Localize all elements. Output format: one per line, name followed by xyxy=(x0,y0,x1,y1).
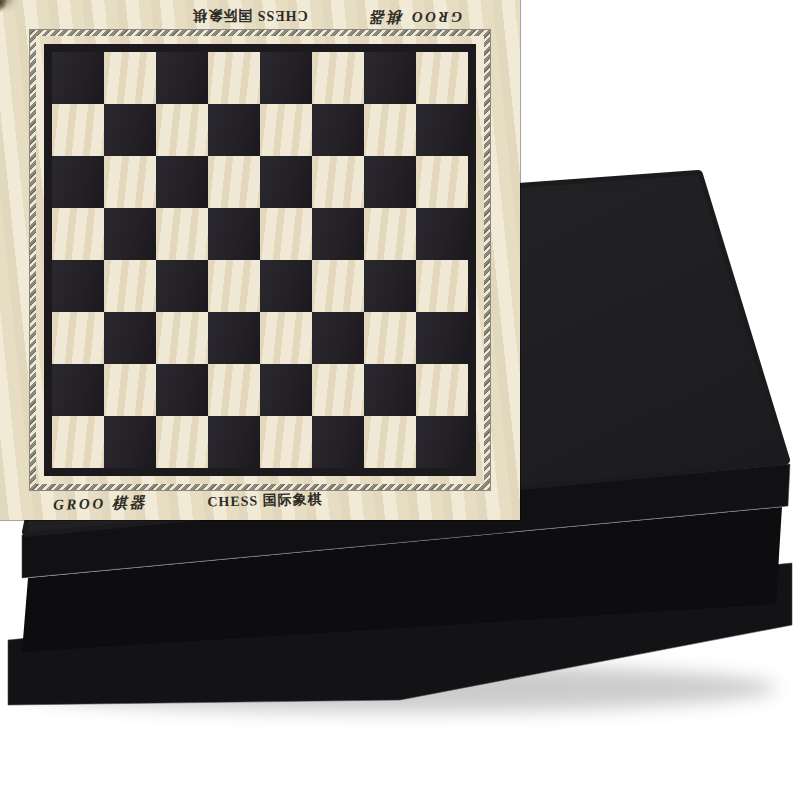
square-g5 xyxy=(208,104,260,156)
square-b3 xyxy=(312,364,364,416)
square-d6 xyxy=(156,260,208,312)
square-c5 xyxy=(208,312,260,364)
square-e1 xyxy=(416,208,468,260)
square-h4 xyxy=(260,52,312,104)
square-c8 xyxy=(52,312,104,364)
square-a1 xyxy=(416,416,468,468)
square-d5 xyxy=(208,260,260,312)
square-g3 xyxy=(312,104,364,156)
square-a2 xyxy=(364,416,416,468)
square-e2 xyxy=(364,208,416,260)
square-a6 xyxy=(156,416,208,468)
square-c1 xyxy=(416,312,468,364)
board-title-far: CHESS 国际象棋 xyxy=(192,6,307,24)
brand-logo-far: GROO 棋器 xyxy=(368,7,462,26)
square-b8 xyxy=(52,364,104,416)
square-h7 xyxy=(104,52,156,104)
brand-logo-near: GROO 棋器 xyxy=(53,493,147,514)
square-g4 xyxy=(260,104,312,156)
square-g6 xyxy=(156,104,208,156)
square-a3 xyxy=(312,416,364,468)
square-g2 xyxy=(364,104,416,156)
square-b6 xyxy=(156,364,208,416)
chess-board xyxy=(52,52,468,468)
square-d1 xyxy=(416,260,468,312)
square-c6 xyxy=(156,312,208,364)
square-b5 xyxy=(208,364,260,416)
square-a8 xyxy=(52,416,104,468)
square-f7 xyxy=(104,156,156,208)
square-h2 xyxy=(364,52,416,104)
square-d8 xyxy=(52,260,104,312)
square-e5 xyxy=(208,208,260,260)
square-e6 xyxy=(156,208,208,260)
square-h6 xyxy=(156,52,208,104)
square-f4 xyxy=(260,156,312,208)
board-plane: CHESS 国际象棋 GROO 棋器 GROO 棋器 CHESS 国际象棋 xyxy=(0,0,520,520)
square-e3 xyxy=(312,208,364,260)
square-h5 xyxy=(208,52,260,104)
square-f5 xyxy=(208,156,260,208)
square-g1 xyxy=(416,104,468,156)
square-a5 xyxy=(208,416,260,468)
square-g8 xyxy=(52,104,104,156)
square-a4 xyxy=(260,416,312,468)
square-h1 xyxy=(416,52,468,104)
square-f1 xyxy=(416,156,468,208)
square-b7 xyxy=(104,364,156,416)
square-b2 xyxy=(364,364,416,416)
square-h8 xyxy=(52,52,104,104)
square-e8 xyxy=(52,208,104,260)
square-e7 xyxy=(104,208,156,260)
square-h3 xyxy=(312,52,364,104)
square-f2 xyxy=(364,156,416,208)
square-f3 xyxy=(312,156,364,208)
square-e4 xyxy=(260,208,312,260)
square-g7 xyxy=(104,104,156,156)
square-b1 xyxy=(416,364,468,416)
square-c3 xyxy=(312,312,364,364)
square-d3 xyxy=(312,260,364,312)
square-d2 xyxy=(364,260,416,312)
square-a7 xyxy=(104,416,156,468)
board-title-near: CHESS 国际象棋 xyxy=(207,490,323,511)
square-f8 xyxy=(52,156,104,208)
square-d7 xyxy=(104,260,156,312)
square-d4 xyxy=(260,260,312,312)
square-c4 xyxy=(260,312,312,364)
square-c2 xyxy=(364,312,416,364)
product-photo-scene: CHESS 国际象棋 GROO 棋器 GROO 棋器 CHESS 国际象棋 ♜♞… xyxy=(0,0,800,800)
square-c7 xyxy=(104,312,156,364)
square-f6 xyxy=(156,156,208,208)
square-b4 xyxy=(260,364,312,416)
